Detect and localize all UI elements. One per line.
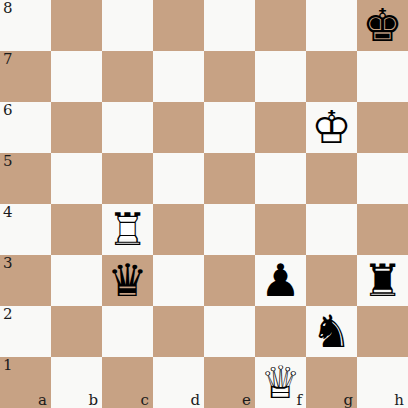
file-label-e: e — [242, 392, 251, 408]
square-h3[interactable]: ♜ — [357, 255, 408, 306]
square-b4[interactable] — [51, 204, 102, 255]
square-a8[interactable]: 8 — [0, 0, 51, 51]
file-label-b: b — [88, 392, 98, 408]
piece-black-queen[interactable]: ♛ — [102, 255, 153, 306]
square-e4[interactable] — [204, 204, 255, 255]
square-b7[interactable] — [51, 51, 102, 102]
square-h2[interactable] — [357, 306, 408, 357]
square-b5[interactable] — [51, 153, 102, 204]
square-e3[interactable] — [204, 255, 255, 306]
queen-icon: ♕ — [260, 360, 300, 405]
square-d1[interactable]: d — [153, 357, 204, 408]
square-a2[interactable]: 2 — [0, 306, 51, 357]
square-g8[interactable] — [306, 0, 357, 51]
piece-black-pawn[interactable]: ♟ — [255, 255, 306, 306]
file-label-a: a — [38, 392, 47, 408]
rank-label-2: 2 — [3, 307, 13, 323]
square-g7[interactable] — [306, 51, 357, 102]
square-g5[interactable] — [306, 153, 357, 204]
piece-black-rook[interactable]: ♜ — [357, 255, 408, 306]
square-g3[interactable] — [306, 255, 357, 306]
king-icon: ♔ — [311, 105, 351, 150]
piece-black-knight[interactable]: ♞ — [306, 306, 357, 357]
square-a7[interactable]: 7 — [0, 51, 51, 102]
square-f6[interactable] — [255, 102, 306, 153]
square-d8[interactable] — [153, 0, 204, 51]
square-h4[interactable] — [357, 204, 408, 255]
square-g6[interactable]: ♚♔ — [306, 102, 357, 153]
square-c3[interactable]: ♛ — [102, 255, 153, 306]
square-c4[interactable]: ♜♖ — [102, 204, 153, 255]
rank-label-8: 8 — [3, 1, 13, 17]
square-b1[interactable]: b — [51, 357, 102, 408]
square-h7[interactable] — [357, 51, 408, 102]
square-d4[interactable] — [153, 204, 204, 255]
rank-label-1: 1 — [3, 358, 13, 374]
square-a1[interactable]: 1a — [0, 357, 51, 408]
square-d7[interactable] — [153, 51, 204, 102]
square-e8[interactable] — [204, 0, 255, 51]
square-c6[interactable] — [102, 102, 153, 153]
square-c5[interactable] — [102, 153, 153, 204]
rank-label-4: 4 — [3, 205, 13, 221]
rank-label-6: 6 — [3, 103, 13, 119]
square-f4[interactable] — [255, 204, 306, 255]
piece-black-king[interactable]: ♚ — [357, 0, 408, 51]
square-h6[interactable] — [357, 102, 408, 153]
square-g2[interactable]: ♞ — [306, 306, 357, 357]
square-e2[interactable] — [204, 306, 255, 357]
square-d3[interactable] — [153, 255, 204, 306]
rank-label-3: 3 — [3, 256, 13, 272]
square-b2[interactable] — [51, 306, 102, 357]
rook-icon: ♜ — [362, 258, 402, 303]
square-a3[interactable]: 3 — [0, 255, 51, 306]
square-b6[interactable] — [51, 102, 102, 153]
rook-icon: ♖ — [107, 207, 147, 252]
file-label-h: h — [394, 392, 404, 408]
square-c7[interactable] — [102, 51, 153, 102]
file-label-d: d — [190, 392, 200, 408]
square-h8[interactable]: ♚ — [357, 0, 408, 51]
square-f7[interactable] — [255, 51, 306, 102]
square-f2[interactable] — [255, 306, 306, 357]
square-d6[interactable] — [153, 102, 204, 153]
rank-label-5: 5 — [3, 154, 13, 170]
square-e1[interactable]: e — [204, 357, 255, 408]
file-label-g: g — [343, 392, 353, 408]
file-label-c: c — [141, 392, 149, 408]
king-icon: ♚ — [362, 3, 402, 48]
piece-white-king[interactable]: ♚♔ — [306, 102, 357, 153]
square-e5[interactable] — [204, 153, 255, 204]
square-a6[interactable]: 6 — [0, 102, 51, 153]
square-f1[interactable]: ♛♕f — [255, 357, 306, 408]
square-a5[interactable]: 5 — [0, 153, 51, 204]
square-a4[interactable]: 4 — [0, 204, 51, 255]
square-b3[interactable] — [51, 255, 102, 306]
rank-label-7: 7 — [3, 52, 13, 68]
square-h5[interactable] — [357, 153, 408, 204]
square-h1[interactable]: h — [357, 357, 408, 408]
square-d2[interactable] — [153, 306, 204, 357]
square-e7[interactable] — [204, 51, 255, 102]
square-d5[interactable] — [153, 153, 204, 204]
square-f3[interactable]: ♟ — [255, 255, 306, 306]
square-f5[interactable] — [255, 153, 306, 204]
square-c1[interactable]: c — [102, 357, 153, 408]
square-g4[interactable] — [306, 204, 357, 255]
queen-icon: ♛ — [107, 258, 147, 303]
file-label-f: f — [296, 392, 302, 408]
chess-board: 8♚76♚♔54♜♖3♛♟♜2♞1abcde♛♕fgh — [0, 0, 408, 408]
square-b8[interactable] — [51, 0, 102, 51]
square-c8[interactable] — [102, 0, 153, 51]
square-e6[interactable] — [204, 102, 255, 153]
square-f8[interactable] — [255, 0, 306, 51]
piece-white-rook[interactable]: ♜♖ — [102, 204, 153, 255]
square-c2[interactable] — [102, 306, 153, 357]
square-g1[interactable]: g — [306, 357, 357, 408]
knight-icon: ♞ — [311, 309, 351, 354]
pawn-icon: ♟ — [260, 258, 300, 303]
